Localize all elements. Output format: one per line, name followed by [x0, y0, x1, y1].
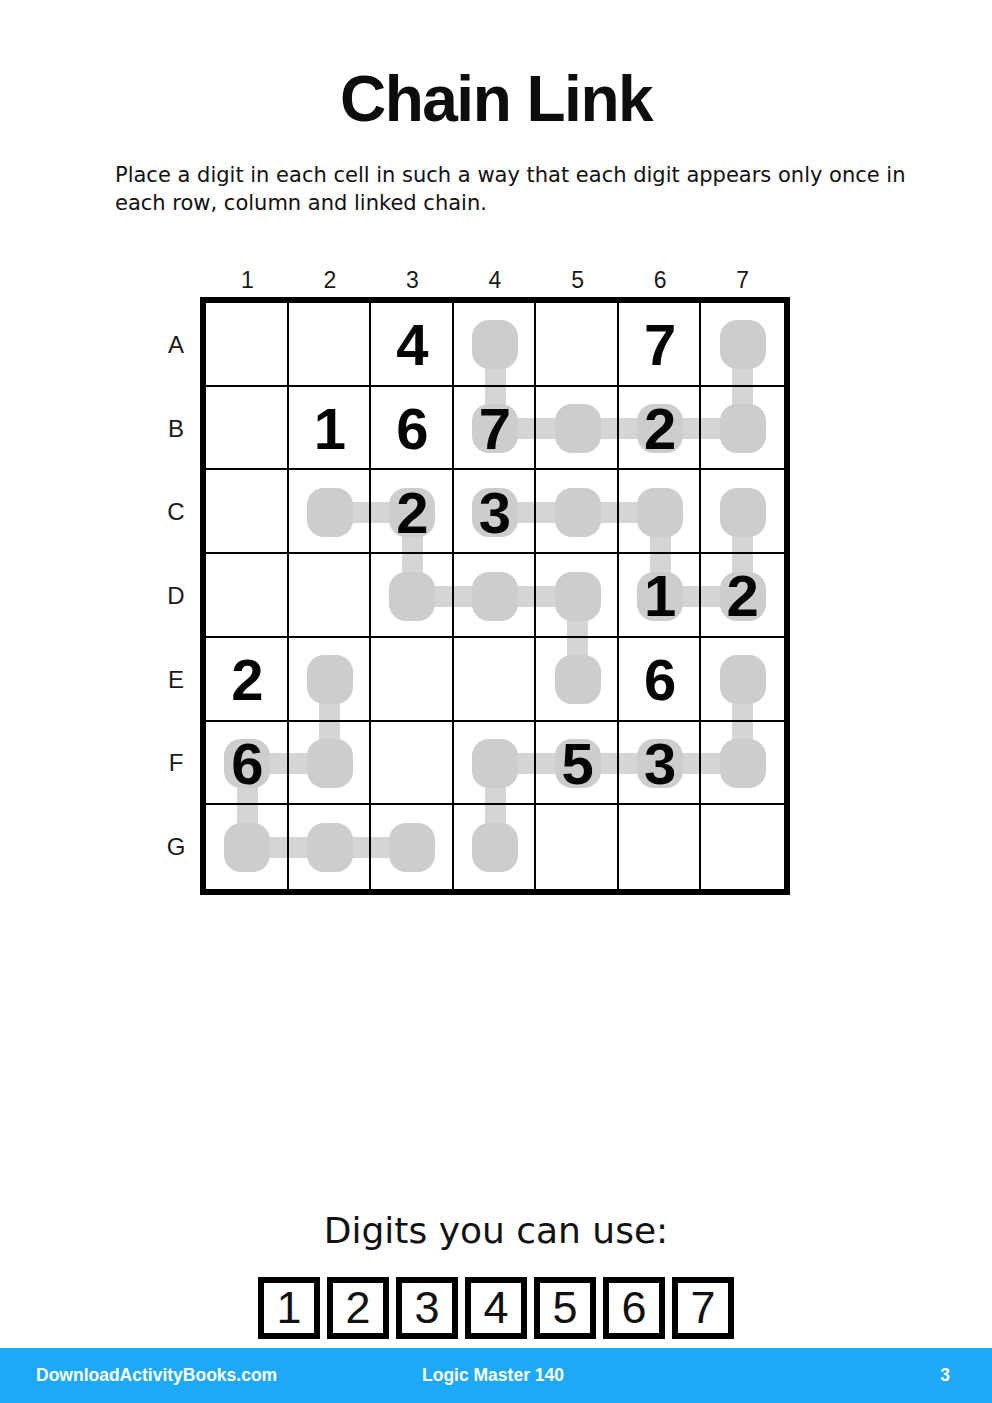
cell-C3: 2: [371, 470, 454, 554]
cell-E2: [289, 638, 372, 722]
digit-box-6: 6: [603, 1277, 665, 1339]
cell-G5: [536, 805, 619, 889]
cell-F3: [371, 722, 454, 806]
cell-E3: [371, 638, 454, 722]
cell-F2: [289, 722, 372, 806]
digit-box-4: 4: [465, 1277, 527, 1339]
column-label-6: 6: [619, 264, 702, 296]
cell-E1: 2: [206, 638, 289, 722]
cell-E7: [701, 638, 784, 722]
puzzle-board: 471672231226653: [200, 297, 790, 895]
digit-box-2: 2: [327, 1277, 389, 1339]
row-label-A: A: [156, 303, 196, 387]
row-label-B: B: [156, 387, 196, 471]
cell-G7: [701, 805, 784, 889]
column-labels: 1234567: [206, 264, 784, 296]
cell-D6: 1: [619, 554, 702, 638]
cell-D1: [206, 554, 289, 638]
cell-D7: 2: [701, 554, 784, 638]
row-label-D: D: [156, 554, 196, 638]
footer: DownloadActivityBooks.com Logic Master 1…: [0, 1348, 992, 1403]
cell-D3: [371, 554, 454, 638]
cell-E6: 6: [619, 638, 702, 722]
footer-site: DownloadActivityBooks.com: [0, 1365, 346, 1386]
column-label-1: 1: [206, 264, 289, 296]
cell-A1: [206, 303, 289, 387]
cell-C2: [289, 470, 372, 554]
cell-A3: 4: [371, 303, 454, 387]
cell-A2: [289, 303, 372, 387]
cell-G6: [619, 805, 702, 889]
cell-D4: [454, 554, 537, 638]
digit-box-7: 7: [672, 1277, 734, 1339]
row-label-F: F: [156, 722, 196, 806]
cell-B3: 6: [371, 387, 454, 471]
cell-G2: [289, 805, 372, 889]
digit-box-5: 5: [534, 1277, 596, 1339]
digits-heading: Digits you can use:: [0, 1210, 992, 1251]
cell-E5: [536, 638, 619, 722]
cell-B2: 1: [289, 387, 372, 471]
column-label-3: 3: [371, 264, 454, 296]
digit-boxes: 1234567: [0, 1277, 992, 1339]
cell-F7: [701, 722, 784, 806]
cell-C6: [619, 470, 702, 554]
digit-box-1: 1: [258, 1277, 320, 1339]
cells-layer: 471672231226653: [206, 303, 784, 889]
cell-C5: [536, 470, 619, 554]
cell-F5: 5: [536, 722, 619, 806]
cell-F6: 3: [619, 722, 702, 806]
cell-A6: 7: [619, 303, 702, 387]
cell-G4: [454, 805, 537, 889]
cell-D5: [536, 554, 619, 638]
row-label-G: G: [156, 805, 196, 889]
cell-G1: [206, 805, 289, 889]
cell-F4: [454, 722, 537, 806]
cell-A5: [536, 303, 619, 387]
cell-F1: 6: [206, 722, 289, 806]
cell-A7: [701, 303, 784, 387]
column-label-4: 4: [454, 264, 537, 296]
puzzle-page: { "title": "Chain Link", "instructions":…: [0, 0, 992, 1403]
puzzle-title: Chain Link: [0, 64, 992, 134]
row-label-C: C: [156, 470, 196, 554]
column-label-7: 7: [701, 264, 784, 296]
cell-B7: [701, 387, 784, 471]
cell-B5: [536, 387, 619, 471]
cell-B1: [206, 387, 289, 471]
row-labels: ABCDEFG: [156, 303, 196, 889]
digit-box-3: 3: [396, 1277, 458, 1339]
cell-D2: [289, 554, 372, 638]
cell-C1: [206, 470, 289, 554]
cell-A4: [454, 303, 537, 387]
cell-G3: [371, 805, 454, 889]
column-label-5: 5: [536, 264, 619, 296]
cell-E4: [454, 638, 537, 722]
instructions: Place a digit in each cell in such a way…: [115, 162, 915, 217]
footer-page-number: 3: [640, 1365, 992, 1386]
cell-C4: 3: [454, 470, 537, 554]
row-label-E: E: [156, 638, 196, 722]
cell-C7: [701, 470, 784, 554]
footer-book: Logic Master 140: [346, 1365, 640, 1386]
column-label-2: 2: [289, 264, 372, 296]
cell-B6: 2: [619, 387, 702, 471]
cell-B4: 7: [454, 387, 537, 471]
